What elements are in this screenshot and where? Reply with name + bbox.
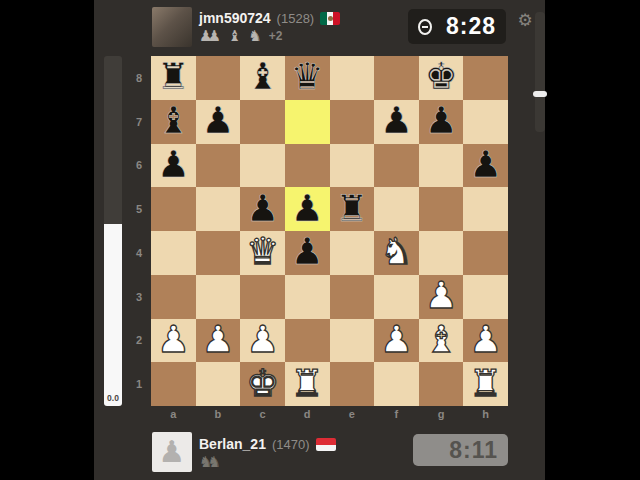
file-label-c: c bbox=[253, 408, 273, 420]
top-player-rating: (1528) bbox=[277, 11, 315, 26]
square-a3[interactable] bbox=[151, 275, 196, 319]
square-a6[interactable]: ♟ bbox=[151, 144, 196, 188]
square-a2[interactable]: ♟ bbox=[151, 319, 196, 363]
square-f1[interactable] bbox=[374, 362, 419, 406]
bottom-player-time: 8:11 bbox=[449, 437, 498, 464]
file-label-b: b bbox=[208, 408, 228, 420]
square-a1[interactable] bbox=[151, 362, 196, 406]
square-b4[interactable] bbox=[196, 231, 241, 275]
captured-pawns-icon: ♟♟ bbox=[199, 29, 221, 44]
square-c7[interactable] bbox=[240, 100, 285, 144]
evaluation-bar-white-section: 0.0 bbox=[104, 224, 122, 406]
scrollbar-track[interactable] bbox=[535, 12, 545, 132]
clock-paused-icon bbox=[418, 19, 432, 35]
square-e5[interactable]: ♜ bbox=[330, 187, 375, 231]
white-queen: ♛ bbox=[246, 233, 279, 270]
bottom-player-captured-pieces: ♞♞ bbox=[199, 454, 221, 470]
rank-label-2: 2 bbox=[128, 334, 142, 346]
square-f2[interactable]: ♟ bbox=[374, 319, 419, 363]
square-c1[interactable]: ♚ bbox=[240, 362, 285, 406]
black-king: ♚ bbox=[424, 58, 457, 95]
black-pawn: ♟ bbox=[291, 233, 324, 270]
default-pawn-avatar-icon: ♟ bbox=[159, 437, 186, 467]
white-pawn: ♟ bbox=[157, 321, 190, 358]
chess-board: ♜♝♛♚♝♟♟♟♟♟♟♟♜♛♟♞♟♟♟♟♟♝♟♚♜♜ bbox=[151, 56, 508, 406]
square-a5[interactable] bbox=[151, 187, 196, 231]
black-pawn: ♟ bbox=[291, 190, 324, 227]
rank-label-1: 1 bbox=[128, 378, 142, 390]
white-pawn: ♟ bbox=[380, 321, 413, 358]
captured-bishop-icon: ♝ bbox=[228, 29, 241, 44]
square-d6[interactable] bbox=[285, 144, 330, 188]
square-a4[interactable] bbox=[151, 231, 196, 275]
top-player-name-row: jmn590724 (1528) bbox=[199, 10, 340, 26]
bottom-player-name[interactable]: Berlan_21 bbox=[199, 436, 266, 452]
square-h3[interactable] bbox=[463, 275, 508, 319]
black-pawn: ♟ bbox=[469, 146, 502, 183]
evaluation-bar: 0.0 bbox=[104, 56, 122, 406]
black-pawn: ♟ bbox=[246, 190, 279, 227]
black-rook: ♜ bbox=[157, 58, 190, 95]
square-d8[interactable]: ♛ bbox=[285, 56, 330, 100]
square-d1[interactable]: ♜ bbox=[285, 362, 330, 406]
top-player-clock: 8:28 bbox=[408, 9, 506, 44]
square-a8[interactable]: ♜ bbox=[151, 56, 196, 100]
square-g1[interactable] bbox=[419, 362, 464, 406]
black-pawn: ♟ bbox=[424, 102, 457, 139]
file-label-f: f bbox=[386, 408, 406, 420]
bottom-player-rating: (1470) bbox=[272, 437, 310, 452]
square-g5[interactable] bbox=[419, 187, 464, 231]
top-player-time: 8:28 bbox=[446, 13, 496, 40]
black-pawn: ♟ bbox=[201, 102, 234, 139]
top-player-name[interactable]: jmn590724 bbox=[199, 10, 271, 26]
black-bishop: ♝ bbox=[246, 58, 279, 95]
white-pawn: ♟ bbox=[201, 321, 234, 358]
square-g2[interactable]: ♝ bbox=[419, 319, 464, 363]
square-g6[interactable] bbox=[419, 144, 464, 188]
rank-label-7: 7 bbox=[128, 116, 142, 128]
white-rook: ♜ bbox=[291, 365, 324, 402]
square-c2[interactable]: ♟ bbox=[240, 319, 285, 363]
rank-label-6: 6 bbox=[128, 159, 142, 171]
white-knight: ♞ bbox=[380, 233, 413, 270]
file-label-g: g bbox=[431, 408, 451, 420]
square-h8[interactable] bbox=[463, 56, 508, 100]
black-pawn: ♟ bbox=[380, 102, 413, 139]
top-player-captured-pieces: ♟♟ ♝ ♞ +2 bbox=[199, 28, 283, 44]
top-player-avatar[interactable] bbox=[152, 7, 192, 47]
square-h1[interactable]: ♜ bbox=[463, 362, 508, 406]
bottom-player-avatar[interactable]: ♟ bbox=[152, 432, 192, 472]
square-d7[interactable] bbox=[285, 100, 330, 144]
material-advantage: +2 bbox=[269, 30, 283, 42]
square-f8[interactable] bbox=[374, 56, 419, 100]
square-d3[interactable] bbox=[285, 275, 330, 319]
rank-label-8: 8 bbox=[128, 72, 142, 84]
square-c5[interactable]: ♟ bbox=[240, 187, 285, 231]
square-f4[interactable]: ♞ bbox=[374, 231, 419, 275]
square-b3[interactable] bbox=[196, 275, 241, 319]
square-h2[interactable]: ♟ bbox=[463, 319, 508, 363]
square-e1[interactable] bbox=[330, 362, 375, 406]
square-g4[interactable] bbox=[419, 231, 464, 275]
square-b7[interactable]: ♟ bbox=[196, 100, 241, 144]
file-label-d: d bbox=[297, 408, 317, 420]
square-b8[interactable] bbox=[196, 56, 241, 100]
square-d5[interactable]: ♟ bbox=[285, 187, 330, 231]
square-b2[interactable]: ♟ bbox=[196, 319, 241, 363]
square-g3[interactable]: ♟ bbox=[419, 275, 464, 319]
square-g7[interactable]: ♟ bbox=[419, 100, 464, 144]
square-b1[interactable] bbox=[196, 362, 241, 406]
black-bishop: ♝ bbox=[157, 102, 190, 139]
file-label-a: a bbox=[163, 408, 183, 420]
square-d2[interactable] bbox=[285, 319, 330, 363]
square-b5[interactable] bbox=[196, 187, 241, 231]
square-e8[interactable] bbox=[330, 56, 375, 100]
evaluation-value: 0.0 bbox=[104, 393, 122, 403]
white-pawn: ♟ bbox=[469, 321, 502, 358]
file-label-e: e bbox=[342, 408, 362, 420]
bottom-player-name-row: Berlan_21 (1470) bbox=[199, 436, 336, 452]
captured-knight-icon: ♞ bbox=[248, 29, 261, 44]
black-pawn: ♟ bbox=[157, 146, 190, 183]
white-king: ♚ bbox=[246, 365, 279, 402]
square-b6[interactable] bbox=[196, 144, 241, 188]
square-c3[interactable] bbox=[240, 275, 285, 319]
square-f3[interactable] bbox=[374, 275, 419, 319]
captured-knights-icon: ♞♞ bbox=[199, 455, 221, 470]
rank-label-3: 3 bbox=[128, 291, 142, 303]
square-h6[interactable]: ♟ bbox=[463, 144, 508, 188]
square-c6[interactable] bbox=[240, 144, 285, 188]
square-e6[interactable] bbox=[330, 144, 375, 188]
mexico-flag-icon bbox=[320, 12, 340, 25]
file-label-h: h bbox=[476, 408, 496, 420]
chess-app-screen: jmn590724 (1528) ♟♟ ♝ ♞ +2 8:28 ⚙ 0.0 ♜♝… bbox=[0, 0, 640, 480]
square-e2[interactable] bbox=[330, 319, 375, 363]
square-h7[interactable] bbox=[463, 100, 508, 144]
bottom-player-clock: 8:11 bbox=[413, 434, 508, 466]
square-a7[interactable]: ♝ bbox=[151, 100, 196, 144]
square-c8[interactable]: ♝ bbox=[240, 56, 285, 100]
settings-gear-icon[interactable]: ⚙ bbox=[515, 10, 535, 30]
white-rook: ♜ bbox=[469, 365, 502, 402]
square-f7[interactable]: ♟ bbox=[374, 100, 419, 144]
white-bishop: ♝ bbox=[424, 321, 457, 358]
rank-label-4: 4 bbox=[128, 247, 142, 259]
square-c4[interactable]: ♛ bbox=[240, 231, 285, 275]
indonesia-flag-icon bbox=[316, 438, 336, 451]
square-f6[interactable] bbox=[374, 144, 419, 188]
square-e7[interactable] bbox=[330, 100, 375, 144]
white-pawn: ♟ bbox=[424, 277, 457, 314]
square-h4[interactable] bbox=[463, 231, 508, 275]
black-queen: ♛ bbox=[291, 58, 324, 95]
square-e4[interactable] bbox=[330, 231, 375, 275]
rank-label-5: 5 bbox=[128, 203, 142, 215]
square-f5[interactable] bbox=[374, 187, 419, 231]
square-g8[interactable]: ♚ bbox=[419, 56, 464, 100]
scrollbar-thumb[interactable] bbox=[533, 91, 547, 97]
square-h5[interactable] bbox=[463, 187, 508, 231]
white-pawn: ♟ bbox=[246, 321, 279, 358]
black-rook: ♜ bbox=[335, 190, 368, 227]
square-e3[interactable] bbox=[330, 275, 375, 319]
square-d4[interactable]: ♟ bbox=[285, 231, 330, 275]
